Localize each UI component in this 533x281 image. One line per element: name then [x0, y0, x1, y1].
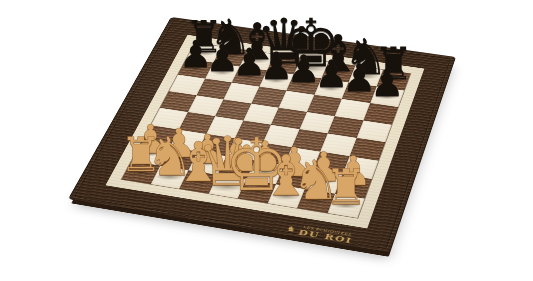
chess-board: ♞ LES ÉCHIQUIERS DU ROI	[68, 17, 456, 253]
product-photo-scene: ♞ LES ÉCHIQUIERS DU ROI ♜♞♝♛♚♝♞♜♟♟♟♟♟♟♟♟…	[0, 0, 533, 281]
